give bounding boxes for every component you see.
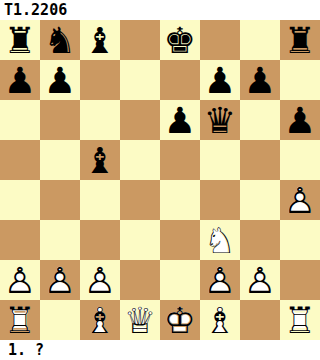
square-b1[interactable]	[40, 300, 80, 340]
black-pawn: ♟	[240, 60, 280, 100]
square-g7[interactable]: ♟	[240, 60, 280, 100]
white-bishop: ♗	[200, 300, 240, 340]
white-bishop: ♗	[80, 300, 120, 340]
square-e5[interactable]	[160, 140, 200, 180]
square-d6[interactable]	[120, 100, 160, 140]
square-g4[interactable]	[240, 180, 280, 220]
square-f5[interactable]	[200, 140, 240, 180]
chess-board: ♜♞♝♚♜♟♟♟♟♟♛♟♝♟♙♞♘♟♙♟♙♟♙♟♙♟♙♜♖♝♗♛♕♚♔♝♗♜♖	[0, 20, 320, 340]
square-d3[interactable]	[120, 220, 160, 260]
black-king: ♚	[160, 20, 200, 60]
black-rook: ♜	[0, 20, 40, 60]
square-h4[interactable]: ♟♙	[280, 180, 320, 220]
square-f1[interactable]: ♝♗	[200, 300, 240, 340]
square-g2[interactable]: ♟♙	[240, 260, 280, 300]
square-a6[interactable]	[0, 100, 40, 140]
white-queen: ♕	[120, 300, 160, 340]
white-knight: ♘	[200, 220, 240, 260]
white-pawn: ♙	[240, 260, 280, 300]
square-d5[interactable]	[120, 140, 160, 180]
square-e6[interactable]: ♟	[160, 100, 200, 140]
black-pawn: ♟	[0, 60, 40, 100]
puzzle-id: T1.2206	[0, 0, 320, 20]
square-c3[interactable]	[80, 220, 120, 260]
square-f6[interactable]: ♛	[200, 100, 240, 140]
black-bishop: ♝	[80, 20, 120, 60]
square-d8[interactable]	[120, 20, 160, 60]
move-prompt: 1. ?	[0, 340, 320, 360]
square-h7[interactable]	[280, 60, 320, 100]
square-d1[interactable]: ♛♕	[120, 300, 160, 340]
square-a2[interactable]: ♟♙	[0, 260, 40, 300]
square-b2[interactable]: ♟♙	[40, 260, 80, 300]
square-h6[interactable]: ♟	[280, 100, 320, 140]
square-a1[interactable]: ♜♖	[0, 300, 40, 340]
square-g5[interactable]	[240, 140, 280, 180]
square-e3[interactable]	[160, 220, 200, 260]
square-c4[interactable]	[80, 180, 120, 220]
square-b6[interactable]	[40, 100, 80, 140]
square-h1[interactable]: ♜♖	[280, 300, 320, 340]
square-h5[interactable]	[280, 140, 320, 180]
square-f8[interactable]	[200, 20, 240, 60]
white-rook: ♖	[280, 300, 320, 340]
square-h3[interactable]	[280, 220, 320, 260]
black-rook: ♜	[280, 20, 320, 60]
square-c2[interactable]: ♟♙	[80, 260, 120, 300]
black-knight: ♞	[40, 20, 80, 60]
black-pawn: ♟	[40, 60, 80, 100]
square-b5[interactable]	[40, 140, 80, 180]
square-d4[interactable]	[120, 180, 160, 220]
square-h8[interactable]: ♜	[280, 20, 320, 60]
black-bishop: ♝	[80, 140, 120, 180]
square-g6[interactable]	[240, 100, 280, 140]
square-f4[interactable]	[200, 180, 240, 220]
square-e2[interactable]	[160, 260, 200, 300]
square-a7[interactable]: ♟	[0, 60, 40, 100]
black-pawn: ♟	[160, 100, 200, 140]
square-b4[interactable]	[40, 180, 80, 220]
square-b3[interactable]	[40, 220, 80, 260]
square-d2[interactable]	[120, 260, 160, 300]
square-a8[interactable]: ♜	[0, 20, 40, 60]
square-c1[interactable]: ♝♗	[80, 300, 120, 340]
square-e8[interactable]: ♚	[160, 20, 200, 60]
white-pawn: ♙	[80, 260, 120, 300]
square-c6[interactable]	[80, 100, 120, 140]
square-c5[interactable]: ♝	[80, 140, 120, 180]
white-pawn: ♙	[40, 260, 80, 300]
chess-puzzle-window: T1.2206 ♜♞♝♚♜♟♟♟♟♟♛♟♝♟♙♞♘♟♙♟♙♟♙♟♙♟♙♜♖♝♗♛…	[0, 0, 320, 360]
white-rook: ♖	[0, 300, 40, 340]
square-g8[interactable]	[240, 20, 280, 60]
square-f3[interactable]: ♞♘	[200, 220, 240, 260]
square-b7[interactable]: ♟	[40, 60, 80, 100]
square-e4[interactable]	[160, 180, 200, 220]
black-queen: ♛	[200, 100, 240, 140]
square-e7[interactable]	[160, 60, 200, 100]
black-pawn: ♟	[280, 100, 320, 140]
square-c8[interactable]: ♝	[80, 20, 120, 60]
white-pawn: ♙	[0, 260, 40, 300]
square-h2[interactable]	[280, 260, 320, 300]
square-f7[interactable]: ♟	[200, 60, 240, 100]
square-g3[interactable]	[240, 220, 280, 260]
square-a3[interactable]	[0, 220, 40, 260]
square-f2[interactable]: ♟♙	[200, 260, 240, 300]
black-pawn: ♟	[200, 60, 240, 100]
square-e1[interactable]: ♚♔	[160, 300, 200, 340]
white-pawn: ♙	[280, 180, 320, 220]
white-pawn: ♙	[200, 260, 240, 300]
square-a5[interactable]	[0, 140, 40, 180]
white-king: ♔	[160, 300, 200, 340]
square-a4[interactable]	[0, 180, 40, 220]
square-g1[interactable]	[240, 300, 280, 340]
square-b8[interactable]: ♞	[40, 20, 80, 60]
square-c7[interactable]	[80, 60, 120, 100]
square-d7[interactable]	[120, 60, 160, 100]
